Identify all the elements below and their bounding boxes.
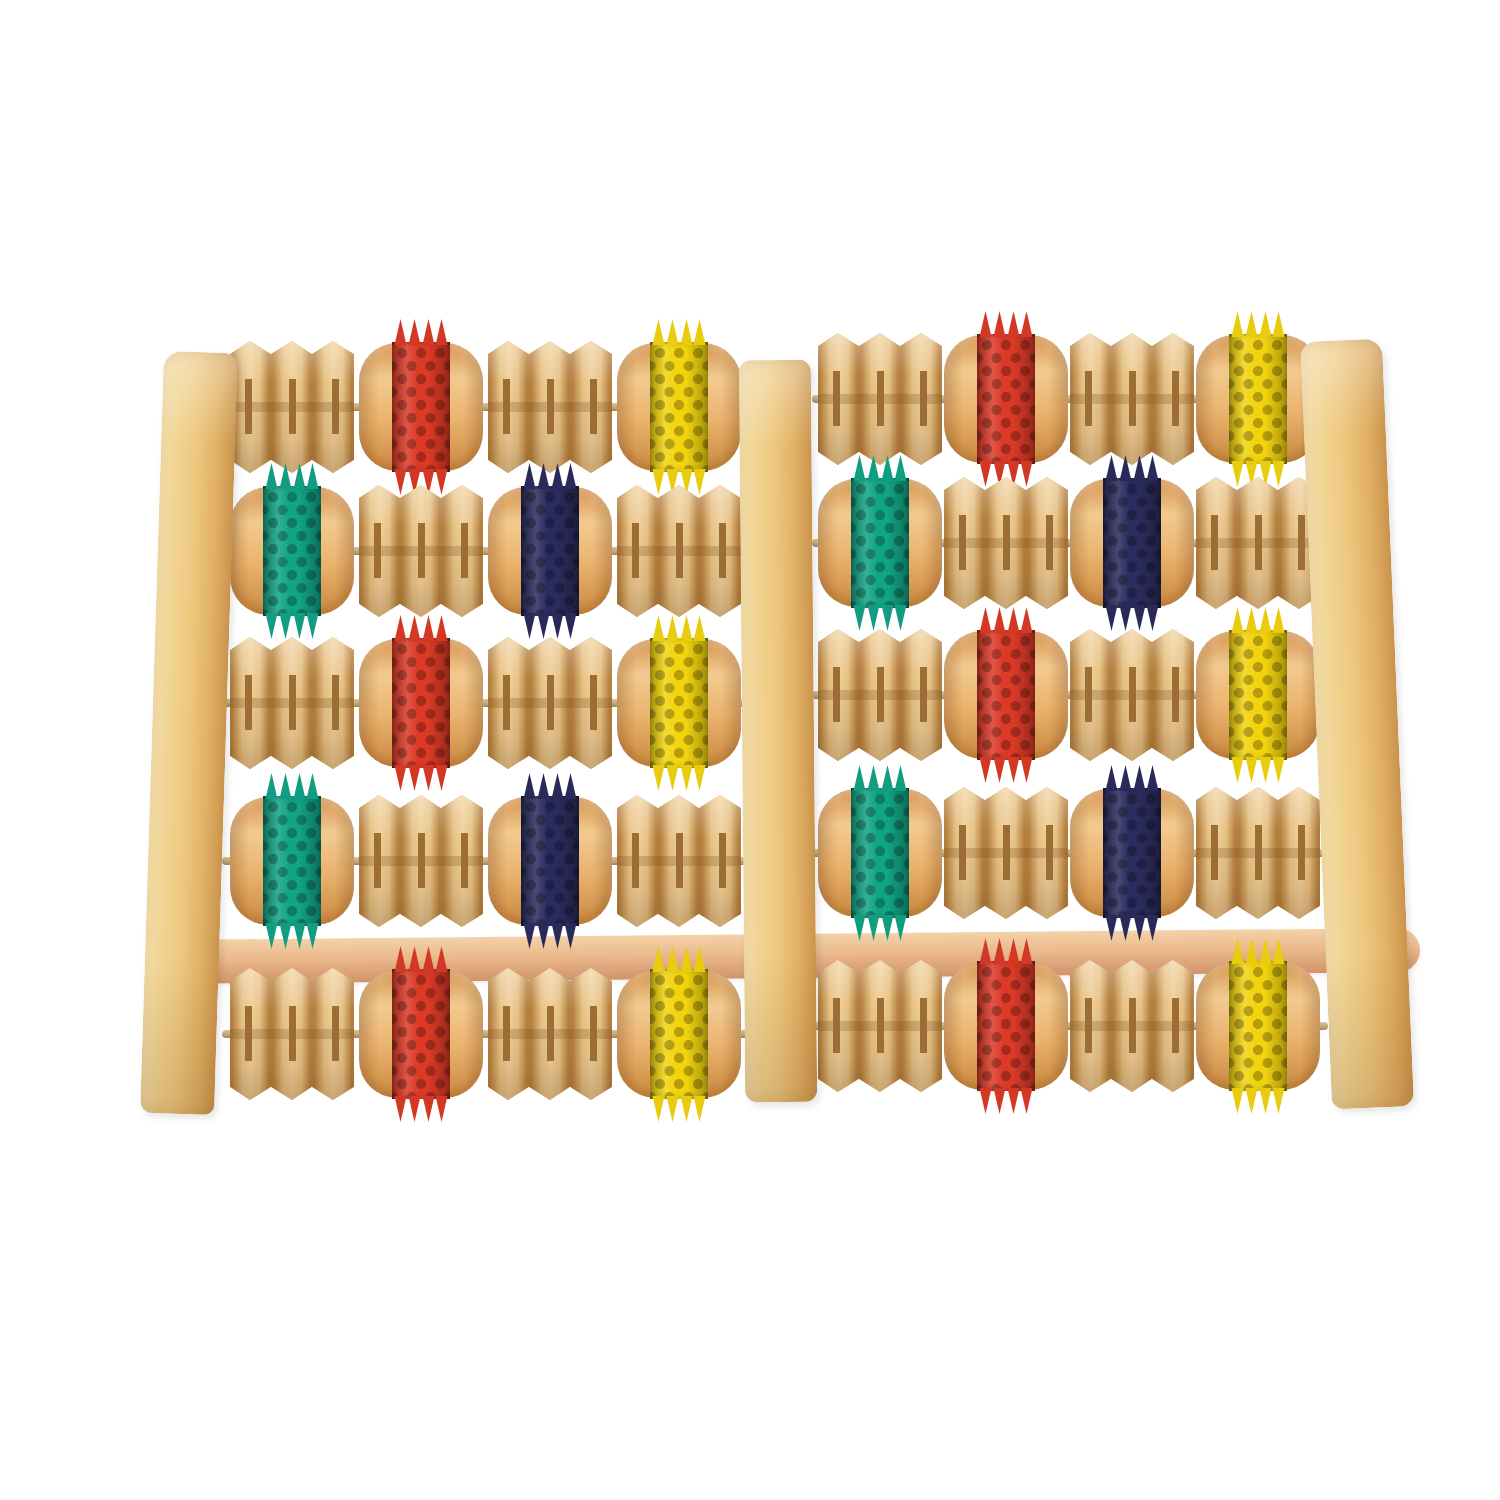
massage-spike — [866, 605, 881, 631]
blue-spiked-ring — [1103, 788, 1161, 918]
massage-spike — [692, 615, 707, 641]
roller-r2c6-wood[interactable] — [944, 477, 1068, 609]
green-spiked-ring — [263, 796, 321, 926]
massage-spike — [1244, 757, 1259, 783]
massage-spike — [1019, 757, 1034, 783]
roller-r3c7-wood[interactable] — [1070, 629, 1194, 761]
frame-middle-rail — [739, 360, 817, 1103]
massage-spike — [1118, 605, 1133, 631]
massage-spike — [893, 605, 908, 631]
massage-spike — [1132, 605, 1147, 631]
massage-spike — [1230, 1088, 1245, 1114]
massage-spike — [692, 1096, 707, 1122]
massage-spike — [992, 311, 1007, 337]
massage-spike — [893, 455, 908, 481]
roller-r4c5-green[interactable] — [818, 789, 942, 917]
massage-spike — [651, 469, 666, 495]
roller-r3c8-yellow[interactable] — [1196, 631, 1320, 759]
massage-spike — [434, 765, 449, 791]
massage-spike — [536, 773, 551, 799]
massage-spike — [536, 613, 551, 639]
red-spiked-ring — [392, 638, 450, 768]
massage-spike — [978, 1088, 993, 1114]
massage-spike — [393, 765, 408, 791]
massage-spike — [692, 319, 707, 345]
massage-spike — [563, 463, 578, 489]
roller-r4c3-blue[interactable] — [488, 797, 612, 925]
massage-spike — [651, 765, 666, 791]
massage-spike — [264, 613, 279, 639]
massage-spike — [522, 613, 537, 639]
massage-spike — [1230, 461, 1245, 487]
massage-spike — [1104, 605, 1119, 631]
massage-spike — [1271, 1088, 1286, 1114]
massage-spike — [305, 613, 320, 639]
massage-spike — [292, 613, 307, 639]
blue-spiked-ring — [521, 796, 579, 926]
massage-spike — [978, 461, 993, 487]
massage-spike — [651, 1096, 666, 1122]
massage-spike — [852, 605, 867, 631]
massage-spike — [1230, 757, 1245, 783]
yellow-spiked-ring — [650, 342, 708, 472]
roller-r5c4-yellow[interactable] — [617, 970, 741, 1098]
roller-r2c4-wood[interactable] — [617, 485, 741, 617]
roller-r3c6-red[interactable] — [944, 631, 1068, 759]
red-spiked-ring — [977, 334, 1035, 464]
roller-r5c2-red[interactable] — [359, 970, 483, 1098]
massage-spike — [278, 773, 293, 799]
roller-r4c1-green[interactable] — [230, 797, 354, 925]
roller-r1c1-wood[interactable] — [230, 341, 354, 473]
frame-left-rail — [140, 351, 238, 1115]
massage-spike — [665, 615, 680, 641]
massage-spike — [1244, 311, 1259, 337]
massage-spike — [866, 765, 881, 791]
roller-r3c1-wood[interactable] — [230, 637, 354, 769]
massage-spike — [434, 615, 449, 641]
roller-r2c8-wood[interactable] — [1196, 477, 1320, 609]
massage-spike — [563, 773, 578, 799]
massage-spike — [1244, 1088, 1259, 1114]
roller-r5c8-yellow[interactable] — [1196, 962, 1320, 1090]
roller-r5c1-wood[interactable] — [230, 968, 354, 1100]
massage-spike — [679, 765, 694, 791]
massage-spike — [1019, 311, 1034, 337]
massage-spike — [407, 319, 422, 345]
roller-r1c2-red[interactable] — [359, 343, 483, 471]
massage-spike — [880, 765, 895, 791]
roller-r2c2-wood[interactable] — [359, 485, 483, 617]
massage-spike — [1104, 455, 1119, 481]
red-spiked-ring — [392, 342, 450, 472]
massage-spike — [305, 463, 320, 489]
massage-spike — [1006, 607, 1021, 633]
massage-spike — [292, 773, 307, 799]
massage-spike — [1019, 607, 1034, 633]
massage-spike — [1258, 757, 1273, 783]
massage-spike — [1230, 607, 1245, 633]
massage-spike — [407, 765, 422, 791]
massage-spike — [1271, 607, 1286, 633]
roller-r3c4-yellow[interactable] — [617, 639, 741, 767]
massage-spike — [1271, 311, 1286, 337]
massage-spike — [651, 319, 666, 345]
roller-r1c4-yellow[interactable] — [617, 343, 741, 471]
roller-r1c3-wood[interactable] — [488, 341, 612, 473]
roller-r2c5-green[interactable] — [818, 479, 942, 607]
massage-spike — [563, 613, 578, 639]
roller-r4c8-wood[interactable] — [1196, 787, 1320, 919]
massage-spike — [393, 615, 408, 641]
yellow-spiked-ring — [1229, 961, 1287, 1091]
massage-spike — [692, 469, 707, 495]
massage-spike — [665, 1096, 680, 1122]
massage-spike — [1258, 607, 1273, 633]
massage-spike — [1145, 605, 1160, 631]
massage-spike — [852, 455, 867, 481]
massage-spike — [1145, 455, 1160, 481]
massage-spike — [393, 1096, 408, 1122]
massage-spike — [1230, 311, 1245, 337]
roller-r4c4-wood[interactable] — [617, 795, 741, 927]
massage-spike — [407, 615, 422, 641]
roller-r3c3-wood[interactable] — [488, 637, 612, 769]
massage-spike — [264, 463, 279, 489]
massage-spike — [421, 765, 436, 791]
massage-spike — [1006, 1088, 1021, 1114]
massage-spike — [305, 773, 320, 799]
yellow-spiked-ring — [1229, 630, 1287, 760]
roller-r2c7-blue[interactable] — [1070, 479, 1194, 607]
massage-spike — [434, 1096, 449, 1122]
massage-spike — [978, 757, 993, 783]
massage-spike — [692, 765, 707, 791]
massage-spike — [522, 773, 537, 799]
roller-r1c7-wood[interactable] — [1070, 333, 1194, 465]
massage-spike — [522, 463, 537, 489]
massage-spike — [651, 615, 666, 641]
roller-r4c6-wood[interactable] — [944, 787, 1068, 919]
massage-spike — [550, 613, 565, 639]
massage-spike — [1132, 765, 1147, 791]
massage-spike — [679, 319, 694, 345]
roller-r2c1-green[interactable] — [230, 487, 354, 615]
blue-spiked-ring — [1103, 478, 1161, 608]
massage-spike — [1104, 765, 1119, 791]
massage-spike — [1271, 461, 1286, 487]
massage-spike — [393, 319, 408, 345]
roller-r5c6-red[interactable] — [944, 962, 1068, 1090]
massage-spike — [665, 319, 680, 345]
massage-spike — [992, 607, 1007, 633]
roller-r4c7-blue[interactable] — [1070, 789, 1194, 917]
yellow-spiked-ring — [650, 638, 708, 768]
massage-spike — [1019, 461, 1034, 487]
massage-spike — [434, 469, 449, 495]
red-spiked-ring — [392, 969, 450, 1099]
massage-spike — [893, 765, 908, 791]
roller-r5c3-wood[interactable] — [488, 968, 612, 1100]
roller-r2c3-blue[interactable] — [488, 487, 612, 615]
massage-spike — [264, 773, 279, 799]
massage-spike — [852, 765, 867, 791]
massage-spike — [1258, 1088, 1273, 1114]
green-spiked-ring — [263, 486, 321, 616]
massage-spike — [1019, 1088, 1034, 1114]
blue-spiked-ring — [521, 486, 579, 616]
massage-spike — [421, 319, 436, 345]
roller-r5c5-wood[interactable] — [818, 960, 942, 1092]
massage-spike — [407, 1096, 422, 1122]
massage-spike — [978, 607, 993, 633]
massage-spike — [1006, 757, 1021, 783]
roller-r1c6-red[interactable] — [944, 335, 1068, 463]
massage-spike — [992, 1088, 1007, 1114]
red-spiked-ring — [977, 961, 1035, 1091]
massage-spike — [679, 615, 694, 641]
massage-spike — [278, 613, 293, 639]
green-spiked-ring — [851, 788, 909, 918]
massage-spike — [421, 615, 436, 641]
red-spiked-ring — [977, 630, 1035, 760]
massage-spike — [978, 311, 993, 337]
roller-r3c2-red[interactable] — [359, 639, 483, 767]
massage-spike — [434, 319, 449, 345]
massage-spike — [1271, 757, 1286, 783]
foot-roller-board — [0, 0, 1500, 1500]
yellow-spiked-ring — [650, 969, 708, 1099]
massage-spike — [665, 765, 680, 791]
yellow-spiked-ring — [1229, 334, 1287, 464]
massage-spike — [550, 773, 565, 799]
roller-r3c5-wood[interactable] — [818, 629, 942, 761]
massage-spike — [1145, 765, 1160, 791]
roller-r4c2-wood[interactable] — [359, 795, 483, 927]
green-spiked-ring — [851, 478, 909, 608]
massage-spike — [679, 1096, 694, 1122]
massage-spike — [393, 469, 408, 495]
massage-spike — [1118, 765, 1133, 791]
massage-spike — [421, 1096, 436, 1122]
massage-spike — [1006, 311, 1021, 337]
massage-spike — [1244, 607, 1259, 633]
roller-r5c7-wood[interactable] — [1070, 960, 1194, 1092]
roller-r1c5-wood[interactable] — [818, 333, 942, 465]
massage-spike — [880, 605, 895, 631]
massage-spike — [992, 757, 1007, 783]
massage-spike — [1258, 311, 1273, 337]
product-photo-stage — [0, 0, 1500, 1500]
